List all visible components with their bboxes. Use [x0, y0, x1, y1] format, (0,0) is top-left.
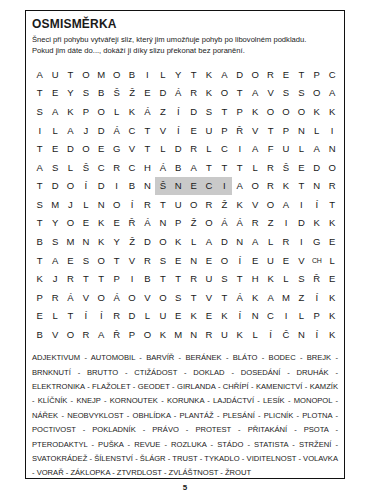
grid-cell[interactable]: A [201, 233, 216, 252]
grid-cell[interactable]: N [140, 177, 155, 196]
grid-cell[interactable]: U [278, 140, 293, 159]
grid-cell[interactable]: A [247, 84, 262, 103]
grid-cell[interactable]: I [32, 121, 47, 140]
grid-cell[interactable]: L [278, 270, 293, 289]
grid-cell[interactable]: O [155, 288, 170, 307]
grid-cell[interactable]: P [124, 326, 139, 345]
grid-cell[interactable]: Í [171, 102, 186, 121]
grid-cell[interactable]: E [324, 270, 339, 289]
grid-cell[interactable]: D [309, 158, 324, 177]
grid-cell[interactable]: H [140, 158, 155, 177]
grid-cell[interactable]: Í [124, 195, 139, 214]
grid-cell[interactable]: Á [140, 102, 155, 121]
grid-cell[interactable]: T [217, 158, 232, 177]
grid-cell[interactable]: Á [217, 214, 232, 233]
grid-cell[interactable]: Č [278, 326, 293, 345]
grid-cell[interactable]: T [109, 251, 124, 270]
grid-cell[interactable]: S [47, 233, 62, 252]
grid-cell[interactable]: P [109, 270, 124, 289]
grid-cell[interactable]: L [109, 102, 124, 121]
grid-cell[interactable]: O [109, 65, 124, 84]
grid-cell[interactable]: D [47, 177, 62, 196]
grid-cell[interactable]: E [171, 251, 186, 270]
grid-cell[interactable]: O [263, 195, 278, 214]
grid-cell[interactable]: E [278, 251, 293, 270]
grid-cell[interactable]: T [140, 121, 155, 140]
grid-cell[interactable]: Í [232, 251, 247, 270]
grid-cell[interactable]: Z [263, 214, 278, 233]
grid-cell[interactable]: E [294, 158, 309, 177]
grid-cell[interactable]: P [232, 102, 247, 121]
grid-cell[interactable]: CH [309, 251, 324, 270]
grid-cell[interactable]: V [247, 195, 262, 214]
grid-cell[interactable]: O [78, 65, 93, 84]
grid-cell[interactable]: O [63, 326, 78, 345]
grid-cell[interactable]: A [63, 121, 78, 140]
grid-cell[interactable]: A [94, 326, 109, 345]
grid-cell[interactable]: T [32, 140, 47, 159]
grid-cell[interactable]: L [324, 251, 339, 270]
grid-cell[interactable]: Ž [186, 214, 201, 233]
grid-cell[interactable]: K [232, 195, 247, 214]
grid-cell[interactable]: E [278, 65, 293, 84]
grid-cell[interactable]: A [32, 158, 47, 177]
grid-cell[interactable]: V [263, 84, 278, 103]
grid-cell[interactable]: D [294, 214, 309, 233]
grid-cell[interactable]: K [263, 270, 278, 289]
grid-cell[interactable]: O [140, 326, 155, 345]
grid-cell[interactable]: R [47, 288, 62, 307]
grid-cell[interactable]: M [63, 233, 78, 252]
grid-cell[interactable]: J [47, 270, 62, 289]
grid-cell[interactable]: T [32, 251, 47, 270]
grid-cell[interactable]: C [324, 65, 339, 84]
grid-cell[interactable]: K [309, 102, 324, 121]
grid-cell[interactable]: T [32, 84, 47, 103]
grid-cell[interactable]: L [155, 140, 170, 159]
grid-cell-highlighted[interactable]: I [217, 177, 232, 196]
grid-cell-highlighted[interactable]: Š [155, 177, 170, 196]
grid-cell[interactable]: D [94, 121, 109, 140]
grid-cell[interactable]: D [94, 177, 109, 196]
grid-cell[interactable]: B [124, 65, 139, 84]
grid-cell[interactable]: A [186, 158, 201, 177]
grid-cell[interactable]: Ž [217, 195, 232, 214]
grid-cell[interactable]: T [201, 158, 216, 177]
grid-cell[interactable]: R [201, 326, 216, 345]
grid-cell[interactable]: Y [109, 233, 124, 252]
grid-cell[interactable]: A [232, 177, 247, 196]
grid-cell[interactable]: B [140, 270, 155, 289]
grid-cell[interactable]: T [232, 158, 247, 177]
grid-cell[interactable]: N [247, 307, 262, 326]
grid-cell[interactable]: O [263, 102, 278, 121]
grid-cell[interactable]: N [324, 140, 339, 159]
grid-cell[interactable]: P [309, 65, 324, 84]
grid-cell[interactable]: E [324, 233, 339, 252]
grid-cell[interactable]: L [247, 158, 262, 177]
grid-cell[interactable]: H [247, 270, 262, 289]
grid-cell[interactable]: S [78, 84, 93, 103]
grid-cell[interactable]: I [324, 121, 339, 140]
grid-cell[interactable]: J [78, 121, 93, 140]
grid-cell[interactable]: V [140, 288, 155, 307]
grid-cell[interactable]: M [278, 288, 293, 307]
grid-cell[interactable]: Ř [309, 270, 324, 289]
grid-cell[interactable]: O [324, 158, 339, 177]
grid-cell[interactable]: Š [109, 84, 124, 103]
grid-cell[interactable]: C [94, 158, 109, 177]
grid-cell[interactable]: Y [63, 84, 78, 103]
grid-cell[interactable]: U [201, 270, 216, 289]
grid-cell[interactable]: B [124, 177, 139, 196]
grid-cell[interactable]: Í [94, 307, 109, 326]
grid-cell[interactable]: F [263, 140, 278, 159]
grid-cell[interactable]: N [78, 233, 93, 252]
grid-cell[interactable]: T [217, 102, 232, 121]
grid-cell[interactable]: K [309, 214, 324, 233]
grid-cell[interactable]: O [124, 288, 139, 307]
grid-cell[interactable]: Í [309, 326, 324, 345]
grid-cell[interactable]: Ř [124, 214, 139, 233]
grid-cell[interactable]: S [32, 195, 47, 214]
grid-cell[interactable]: S [217, 270, 232, 289]
grid-cell[interactable]: V [78, 288, 93, 307]
grid-cell[interactable]: R [186, 140, 201, 159]
grid-cell[interactable]: Á [171, 84, 186, 103]
grid-cell[interactable]: U [171, 195, 186, 214]
grid-cell[interactable]: I [124, 270, 139, 289]
grid-cell[interactable]: U [47, 65, 62, 84]
grid-cell[interactable]: A [278, 195, 293, 214]
grid-cell[interactable]: S [78, 251, 93, 270]
grid-cell[interactable]: R [263, 158, 278, 177]
grid-cell[interactable]: T [263, 121, 278, 140]
grid-cell[interactable]: K [201, 65, 216, 84]
grid-cell[interactable]: Á [232, 214, 247, 233]
grid-cell[interactable]: E [63, 251, 78, 270]
grid-cell[interactable]: L [63, 158, 78, 177]
grid-cell[interactable]: K [94, 233, 109, 252]
grid-cell[interactable]: V [201, 288, 216, 307]
grid-cell[interactable]: S [155, 251, 170, 270]
grid-cell[interactable]: Í [263, 326, 278, 345]
grid-cell[interactable]: C [263, 307, 278, 326]
grid-cell[interactable]: L [263, 233, 278, 252]
grid-cell[interactable]: Š [78, 158, 93, 177]
grid-cell[interactable]: T [324, 195, 339, 214]
grid-cell[interactable]: E [78, 214, 93, 233]
grid-cell[interactable]: K [324, 307, 339, 326]
grid-cell[interactable]: Á [155, 158, 170, 177]
grid-cell[interactable]: G [109, 140, 124, 159]
grid-cell[interactable]: D [232, 65, 247, 84]
grid-cell[interactable]: E [47, 84, 62, 103]
grid-cell[interactable]: N [186, 326, 201, 345]
grid-cell[interactable]: I [140, 65, 155, 84]
grid-cell[interactable]: S [294, 270, 309, 289]
grid-cell[interactable]: Ž [124, 84, 139, 103]
grid-cell[interactable]: V [47, 326, 62, 345]
grid-cell[interactable]: S [47, 158, 62, 177]
grid-cell[interactable]: R [140, 251, 155, 270]
grid-cell[interactable]: N [155, 214, 170, 233]
grid-cell[interactable]: Á [232, 288, 247, 307]
grid-cell[interactable]: A [324, 84, 339, 103]
grid-cell[interactable]: O [78, 140, 93, 159]
grid-cell[interactable]: U [217, 326, 232, 345]
grid-cell[interactable]: K [324, 326, 339, 345]
grid-cell[interactable]: K [186, 307, 201, 326]
grid-cell[interactable]: R [324, 177, 339, 196]
grid-cell[interactable]: A [263, 288, 278, 307]
grid-cell[interactable]: L [140, 307, 155, 326]
grid-cell[interactable]: T [232, 270, 247, 289]
grid-cell[interactable]: T [32, 177, 47, 196]
grid-cell[interactable]: G [309, 233, 324, 252]
grid-cell[interactable]: E [109, 214, 124, 233]
grid-cell[interactable]: T [155, 195, 170, 214]
grid-cell[interactable]: T [63, 307, 78, 326]
grid-cell[interactable]: O [94, 251, 109, 270]
grid-cell[interactable]: T [217, 288, 232, 307]
grid-cell[interactable]: O [94, 288, 109, 307]
grid-cell[interactable]: T [155, 270, 170, 289]
grid-cell[interactable]: R [109, 307, 124, 326]
grid-cell[interactable]: Ž [124, 233, 139, 252]
grid-cell[interactable]: N [94, 195, 109, 214]
grid-cell[interactable]: T [294, 65, 309, 84]
grid-cell[interactable]: T [32, 214, 47, 233]
grid-cell[interactable]: C [217, 140, 232, 159]
grid-cell[interactable]: R [109, 158, 124, 177]
grid-cell[interactable]: Í [171, 121, 186, 140]
grid-cell[interactable]: K [232, 326, 247, 345]
grid-cell[interactable]: O [201, 214, 216, 233]
grid-cell[interactable]: E [171, 307, 186, 326]
grid-cell[interactable]: P [217, 121, 232, 140]
grid-cell[interactable]: O [247, 65, 262, 84]
grid-cell[interactable]: U [263, 251, 278, 270]
grid-cell[interactable]: A [47, 102, 62, 121]
grid-cell[interactable]: S [171, 288, 186, 307]
grid-cell[interactable]: Á [109, 121, 124, 140]
grid-cell[interactable]: A [247, 140, 262, 159]
grid-cell[interactable]: M [171, 326, 186, 345]
grid-cell[interactable]: D [140, 233, 155, 252]
grid-cell[interactable]: P [278, 121, 293, 140]
grid-cell[interactable]: L [247, 326, 262, 345]
grid-cell[interactable]: T [94, 270, 109, 289]
grid-cell[interactable]: N [294, 326, 309, 345]
grid-cell[interactable]: R [247, 214, 262, 233]
grid-cell[interactable]: T [78, 270, 93, 289]
grid-cell[interactable]: L [186, 233, 201, 252]
grid-cell[interactable]: L [155, 65, 170, 84]
grid-cell[interactable]: B [32, 233, 47, 252]
grid-cell[interactable]: Z [155, 102, 170, 121]
grid-cell[interactable]: A [47, 251, 62, 270]
grid-cell[interactable]: Í [309, 195, 324, 214]
grid-cell[interactable]: R [78, 326, 93, 345]
grid-cell[interactable]: Á [63, 288, 78, 307]
grid-cell[interactable]: Í [78, 307, 93, 326]
grid-cell[interactable]: Z [294, 288, 309, 307]
grid-cell[interactable]: L [47, 307, 62, 326]
grid-cell[interactable]: K [247, 102, 262, 121]
grid-cell[interactable]: J [63, 195, 78, 214]
grid-cell[interactable]: L [201, 140, 216, 159]
grid-cell[interactable]: K [278, 177, 293, 196]
grid-cell[interactable]: T [140, 140, 155, 159]
grid-cell[interactable]: D [124, 307, 139, 326]
grid-cell[interactable]: T [186, 288, 201, 307]
grid-cell[interactable]: Ř [109, 326, 124, 345]
grid-cell[interactable]: O [309, 84, 324, 103]
grid-cell[interactable]: S [32, 102, 47, 121]
grid-cell[interactable]: E [186, 121, 201, 140]
grid-cell[interactable]: D [186, 102, 201, 121]
grid-cell[interactable]: O [109, 195, 124, 214]
grid-cell[interactable]: O [94, 102, 109, 121]
grid-cell[interactable]: T [232, 84, 247, 103]
grid-cell[interactable]: R [201, 195, 216, 214]
grid-cell[interactable]: L [78, 195, 93, 214]
grid-cell[interactable]: L [309, 121, 324, 140]
grid-cell[interactable]: K [201, 84, 216, 103]
grid-cell[interactable]: E [201, 307, 216, 326]
grid-cell[interactable]: D [155, 84, 170, 103]
grid-cell[interactable]: R [186, 84, 201, 103]
grid-cell[interactable]: D [63, 140, 78, 159]
grid-cell[interactable]: T [63, 65, 78, 84]
grid-cell[interactable]: E [247, 251, 262, 270]
grid-cell[interactable]: O [217, 251, 232, 270]
grid-cell[interactable]: B [171, 158, 186, 177]
grid-cell[interactable]: R [263, 177, 278, 196]
grid-cell[interactable]: L [47, 121, 62, 140]
grid-cell[interactable]: N [186, 251, 201, 270]
grid-cell[interactable]: V [155, 121, 170, 140]
grid-cell[interactable]: I [232, 140, 247, 159]
grid-cell[interactable]: I [294, 233, 309, 252]
grid-cell[interactable]: T [294, 177, 309, 196]
grid-cell[interactable]: E [140, 84, 155, 103]
grid-cell[interactable]: D [217, 233, 232, 252]
grid-cell[interactable]: C [124, 158, 139, 177]
grid-cell[interactable]: S [201, 102, 216, 121]
grid-cell[interactable]: O [278, 102, 293, 121]
grid-cell[interactable]: M [47, 195, 62, 214]
grid-cell[interactable]: U [201, 121, 216, 140]
grid-cell[interactable]: N [309, 177, 324, 196]
grid-cell[interactable]: P [78, 102, 93, 121]
grid-cell[interactable]: K [217, 307, 232, 326]
grid-cell[interactable]: S [294, 84, 309, 103]
grid-cell[interactable]: O [294, 102, 309, 121]
grid-cell[interactable]: E [201, 251, 216, 270]
grid-cell[interactable]: L [294, 307, 309, 326]
grid-cell[interactable]: K [155, 326, 170, 345]
grid-cell[interactable]: A [217, 65, 232, 84]
grid-cell[interactable]: B [94, 84, 109, 103]
grid-cell[interactable]: C [124, 121, 139, 140]
grid-cell[interactable]: K [324, 214, 339, 233]
grid-cell[interactable]: R [278, 233, 293, 252]
grid-cell[interactable]: I [109, 177, 124, 196]
grid-cell[interactable]: I [294, 195, 309, 214]
grid-cell-highlighted[interactable]: E [186, 177, 201, 196]
grid-cell[interactable]: I [278, 307, 293, 326]
grid-cell[interactable]: K [247, 288, 262, 307]
grid-cell[interactable]: K [32, 270, 47, 289]
grid-cell[interactable]: V [124, 140, 139, 159]
grid-cell[interactable]: B [32, 326, 47, 345]
grid-cell[interactable]: K [324, 288, 339, 307]
grid-cell[interactable]: Ř [232, 121, 247, 140]
grid-cell-highlighted[interactable]: C [201, 177, 216, 196]
grid-cell[interactable]: Á [140, 214, 155, 233]
grid-cell[interactable]: V [247, 121, 262, 140]
grid-cell[interactable]: U [155, 307, 170, 326]
grid-cell[interactable]: Í [309, 288, 324, 307]
grid-cell[interactable]: R [63, 270, 78, 289]
grid-cell[interactable]: O [217, 84, 232, 103]
grid-cell[interactable]: A [247, 233, 262, 252]
grid-cell[interactable]: T [186, 65, 201, 84]
grid-cell[interactable]: Í [232, 307, 247, 326]
grid-cell[interactable]: O [63, 214, 78, 233]
grid-cell[interactable]: K [124, 102, 139, 121]
grid-cell[interactable]: R [186, 270, 201, 289]
grid-cell[interactable]: E [94, 140, 109, 159]
grid-cell[interactable]: E [32, 307, 47, 326]
grid-cell[interactable]: K [94, 214, 109, 233]
grid-cell[interactable]: O [186, 195, 201, 214]
grid-cell[interactable]: N [232, 233, 247, 252]
grid-cell[interactable]: O [63, 177, 78, 196]
grid-cell[interactable]: V [294, 251, 309, 270]
grid-cell[interactable]: P [309, 307, 324, 326]
grid-cell[interactable]: R [140, 195, 155, 214]
grid-cell[interactable]: O [155, 233, 170, 252]
grid-cell[interactable]: P [32, 288, 47, 307]
grid-cell[interactable]: P [171, 214, 186, 233]
grid-cell[interactable]: V [124, 251, 139, 270]
grid-cell[interactable]: Í [78, 177, 93, 196]
grid-cell[interactable]: K [171, 233, 186, 252]
grid-cell[interactable]: Á [109, 288, 124, 307]
grid-cell[interactable]: K [63, 102, 78, 121]
grid-cell[interactable]: S [278, 84, 293, 103]
grid-cell[interactable]: N [294, 121, 309, 140]
grid-cell[interactable]: K [324, 102, 339, 121]
grid-cell[interactable]: O [247, 177, 262, 196]
grid-cell[interactable]: Š [278, 158, 293, 177]
grid-cell[interactable]: L [294, 140, 309, 159]
grid-cell[interactable]: Y [171, 65, 186, 84]
grid-cell-highlighted[interactable]: N [171, 177, 186, 196]
grid-cell[interactable]: A [309, 140, 324, 159]
grid-cell[interactable]: Y [47, 214, 62, 233]
grid-cell[interactable]: D [171, 140, 186, 159]
grid-cell[interactable]: I [278, 214, 293, 233]
grid-cell[interactable]: R [263, 65, 278, 84]
grid-cell[interactable]: M [94, 65, 109, 84]
grid-cell[interactable]: E [47, 140, 62, 159]
grid-cell[interactable]: T [171, 270, 186, 289]
grid-cell[interactable]: A [32, 65, 47, 84]
